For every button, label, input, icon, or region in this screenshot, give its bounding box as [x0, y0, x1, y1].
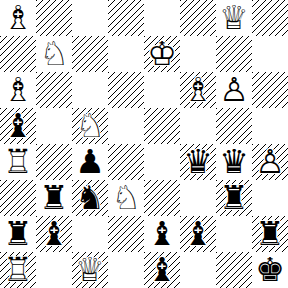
square-f8[interactable] — [180, 0, 216, 36]
piece-backfill: ♛ — [216, 144, 252, 180]
piece-backfill: ♞ — [72, 108, 108, 144]
piece-backfill: ♝ — [144, 216, 180, 252]
piece-black-rook: ♜ — [36, 180, 72, 216]
square-d3[interactable]: ♞♘ — [108, 180, 144, 216]
piece-white-knight: ♘ — [36, 36, 72, 72]
square-a6[interactable]: ♝♗ — [0, 72, 36, 108]
piece-white-bishop: ♗ — [0, 0, 36, 36]
square-c6[interactable] — [72, 72, 108, 108]
piece-white-queen: ♕ — [216, 0, 252, 36]
square-c8[interactable] — [72, 0, 108, 36]
piece-white-knight: ♘ — [108, 180, 144, 216]
piece-black-queen: ♛ — [180, 144, 216, 180]
piece-black-rook: ♜ — [216, 180, 252, 216]
square-g5[interactable] — [216, 108, 252, 144]
square-a1[interactable]: ♜♖ — [0, 252, 36, 288]
piece-backfill: ♜ — [36, 180, 72, 216]
piece-black-bishop: ♝ — [0, 108, 36, 144]
piece-black-pawn: ♟ — [72, 144, 108, 180]
square-g4[interactable]: ♛♛ — [216, 144, 252, 180]
square-d7[interactable] — [108, 36, 144, 72]
piece-white-pawn: ♙ — [252, 144, 288, 180]
square-f7[interactable] — [180, 36, 216, 72]
piece-black-bishop: ♝ — [144, 216, 180, 252]
chess-diagram: ♝♗♛♕♞♘♚♔♝♗♝♗♟♙♝♝♞♘♜♖♟♟♛♛♛♛♟♙♜♜♞♞♞♘♜♜♜♜♝♝… — [0, 0, 288, 288]
piece-backfill: ♝ — [0, 108, 36, 144]
piece-white-bishop: ♗ — [180, 72, 216, 108]
square-f1[interactable] — [180, 252, 216, 288]
square-e3[interactable] — [144, 180, 180, 216]
piece-black-bishop: ♝ — [144, 252, 180, 288]
piece-backfill: ♛ — [72, 252, 108, 288]
square-e1[interactable]: ♝♝ — [144, 252, 180, 288]
piece-white-knight: ♘ — [72, 108, 108, 144]
square-d2[interactable] — [108, 216, 144, 252]
piece-backfill: ♝ — [180, 216, 216, 252]
square-a7[interactable] — [0, 36, 36, 72]
square-b1[interactable] — [36, 252, 72, 288]
square-e8[interactable] — [144, 0, 180, 36]
piece-backfill: ♝ — [0, 72, 36, 108]
piece-white-bishop: ♗ — [0, 72, 36, 108]
square-f2[interactable]: ♝♝ — [180, 216, 216, 252]
piece-backfill: ♜ — [216, 180, 252, 216]
square-e6[interactable] — [144, 72, 180, 108]
piece-white-king: ♔ — [144, 36, 180, 72]
square-f4[interactable]: ♛♛ — [180, 144, 216, 180]
square-b4[interactable] — [36, 144, 72, 180]
square-h6[interactable] — [252, 72, 288, 108]
square-a4[interactable]: ♜♖ — [0, 144, 36, 180]
piece-backfill: ♜ — [0, 252, 36, 288]
square-b5[interactable] — [36, 108, 72, 144]
piece-backfill: ♛ — [216, 0, 252, 36]
piece-backfill: ♟ — [72, 144, 108, 180]
piece-black-king: ♚ — [252, 252, 288, 288]
piece-backfill: ♜ — [252, 216, 288, 252]
square-a2[interactable]: ♜♜ — [0, 216, 36, 252]
piece-black-knight: ♞ — [72, 180, 108, 216]
square-g8[interactable]: ♛♕ — [216, 0, 252, 36]
square-g3[interactable]: ♜♜ — [216, 180, 252, 216]
square-e2[interactable]: ♝♝ — [144, 216, 180, 252]
piece-backfill: ♛ — [180, 144, 216, 180]
square-h2[interactable]: ♜♜ — [252, 216, 288, 252]
piece-backfill: ♜ — [0, 216, 36, 252]
square-a5[interactable]: ♝♝ — [0, 108, 36, 144]
square-h1[interactable]: ♚♚ — [252, 252, 288, 288]
piece-black-bishop: ♝ — [180, 216, 216, 252]
square-g1[interactable] — [216, 252, 252, 288]
square-c1[interactable]: ♛♕ — [72, 252, 108, 288]
square-h5[interactable] — [252, 108, 288, 144]
square-c3[interactable]: ♞♞ — [72, 180, 108, 216]
piece-white-rook: ♖ — [0, 252, 36, 288]
square-e7[interactable]: ♚♔ — [144, 36, 180, 72]
square-d8[interactable] — [108, 0, 144, 36]
square-b2[interactable]: ♝♝ — [36, 216, 72, 252]
square-g6[interactable]: ♟♙ — [216, 72, 252, 108]
square-h7[interactable] — [252, 36, 288, 72]
square-d1[interactable] — [108, 252, 144, 288]
square-e4[interactable] — [144, 144, 180, 180]
piece-black-rook: ♜ — [0, 216, 36, 252]
piece-backfill: ♚ — [252, 252, 288, 288]
square-h3[interactable] — [252, 180, 288, 216]
square-h8[interactable] — [252, 0, 288, 36]
piece-black-queen: ♛ — [216, 144, 252, 180]
square-c4[interactable]: ♟♟ — [72, 144, 108, 180]
piece-backfill: ♞ — [72, 180, 108, 216]
piece-backfill: ♝ — [144, 252, 180, 288]
chess-board: ♝♗♛♕♞♘♚♔♝♗♝♗♟♙♝♝♞♘♜♖♟♟♛♛♛♛♟♙♜♜♞♞♞♘♜♜♜♜♝♝… — [0, 0, 288, 288]
square-b8[interactable] — [36, 0, 72, 36]
piece-backfill: ♟ — [252, 144, 288, 180]
square-c5[interactable]: ♞♘ — [72, 108, 108, 144]
square-b7[interactable]: ♞♘ — [36, 36, 72, 72]
piece-black-bishop: ♝ — [36, 216, 72, 252]
square-f3[interactable] — [180, 180, 216, 216]
square-f5[interactable] — [180, 108, 216, 144]
piece-backfill: ♜ — [0, 144, 36, 180]
square-d5[interactable] — [108, 108, 144, 144]
square-b6[interactable] — [36, 72, 72, 108]
square-a8[interactable]: ♝♗ — [0, 0, 36, 36]
square-d6[interactable] — [108, 72, 144, 108]
piece-white-rook: ♖ — [0, 144, 36, 180]
square-d4[interactable] — [108, 144, 144, 180]
piece-backfill: ♞ — [36, 36, 72, 72]
square-e5[interactable] — [144, 108, 180, 144]
square-h4[interactable]: ♟♙ — [252, 144, 288, 180]
square-c2[interactable] — [72, 216, 108, 252]
square-a3[interactable] — [0, 180, 36, 216]
piece-backfill: ♝ — [0, 0, 36, 36]
piece-white-pawn: ♙ — [216, 72, 252, 108]
piece-black-rook: ♜ — [252, 216, 288, 252]
square-f6[interactable]: ♝♗ — [180, 72, 216, 108]
piece-backfill: ♟ — [216, 72, 252, 108]
piece-backfill: ♝ — [180, 72, 216, 108]
square-g2[interactable] — [216, 216, 252, 252]
piece-backfill: ♞ — [108, 180, 144, 216]
square-g7[interactable] — [216, 36, 252, 72]
piece-white-queen: ♕ — [72, 252, 108, 288]
square-c7[interactable] — [72, 36, 108, 72]
square-b3[interactable]: ♜♜ — [36, 180, 72, 216]
piece-backfill: ♝ — [36, 216, 72, 252]
piece-backfill: ♚ — [144, 36, 180, 72]
